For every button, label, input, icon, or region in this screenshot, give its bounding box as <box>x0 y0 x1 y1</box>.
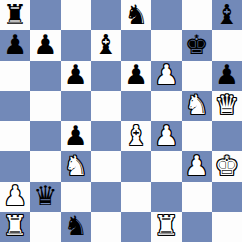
square-f7[interactable] <box>151 30 181 60</box>
piece-white-king[interactable]: ♚ <box>215 152 239 179</box>
piece-white-rook[interactable]: ♜ <box>154 212 178 239</box>
piece-white-rook[interactable]: ♜ <box>3 212 27 239</box>
square-b3[interactable] <box>30 151 60 181</box>
piece-black-queen[interactable]: ♛ <box>33 182 57 209</box>
square-d1[interactable] <box>91 212 121 242</box>
square-d8[interactable] <box>91 0 121 30</box>
piece-white-pawn[interactable]: ♟ <box>154 61 178 88</box>
square-e7[interactable] <box>121 30 151 60</box>
piece-white-pawn[interactable]: ♟ <box>185 152 209 179</box>
square-b4[interactable] <box>30 121 60 151</box>
piece-white-queen[interactable]: ♛ <box>215 91 239 118</box>
square-a8[interactable]: ♜ <box>0 0 30 30</box>
piece-black-king[interactable]: ♚ <box>185 31 209 58</box>
square-f2[interactable] <box>151 182 181 212</box>
square-g7[interactable]: ♚ <box>182 30 212 60</box>
square-e3[interactable] <box>121 151 151 181</box>
square-g3[interactable]: ♟ <box>182 151 212 181</box>
square-h4[interactable] <box>212 121 242 151</box>
square-h8[interactable]: ♝ <box>212 0 242 30</box>
square-b8[interactable] <box>30 0 60 30</box>
square-c8[interactable] <box>61 0 91 30</box>
piece-black-bishop[interactable]: ♝ <box>215 1 239 28</box>
screenshot-stage: ♜♞♝♟♟♝♚♟♟♟♟♞♛♟♝♟♞♟♚♟♛♜♞♜ <box>0 0 242 242</box>
square-c4[interactable]: ♟ <box>61 121 91 151</box>
square-d6[interactable] <box>91 61 121 91</box>
piece-black-pawn[interactable]: ♟ <box>215 61 239 88</box>
square-c7[interactable] <box>61 30 91 60</box>
square-e6[interactable]: ♟ <box>121 61 151 91</box>
square-c2[interactable] <box>61 182 91 212</box>
square-a7[interactable]: ♟ <box>0 30 30 60</box>
square-g6[interactable] <box>182 61 212 91</box>
square-f3[interactable] <box>151 151 181 181</box>
square-h6[interactable]: ♟ <box>212 61 242 91</box>
piece-white-pawn[interactable]: ♟ <box>154 122 178 149</box>
square-b6[interactable] <box>30 61 60 91</box>
square-g1[interactable] <box>182 212 212 242</box>
square-h7[interactable] <box>212 30 242 60</box>
piece-black-pawn[interactable]: ♟ <box>64 61 88 88</box>
square-c6[interactable]: ♟ <box>61 61 91 91</box>
square-f6[interactable]: ♟ <box>151 61 181 91</box>
piece-black-pawn[interactable]: ♟ <box>64 122 88 149</box>
piece-black-pawn[interactable]: ♟ <box>3 31 27 58</box>
square-g5[interactable]: ♞ <box>182 91 212 121</box>
square-d4[interactable] <box>91 121 121 151</box>
piece-white-bishop[interactable]: ♝ <box>124 122 148 149</box>
square-d7[interactable]: ♝ <box>91 30 121 60</box>
piece-black-knight[interactable]: ♞ <box>64 212 88 239</box>
square-b5[interactable] <box>30 91 60 121</box>
piece-white-pawn[interactable]: ♟ <box>3 182 27 209</box>
square-a1[interactable]: ♜ <box>0 212 30 242</box>
square-e1[interactable] <box>121 212 151 242</box>
chess-board: ♜♞♝♟♟♝♚♟♟♟♟♞♛♟♝♟♞♟♚♟♛♜♞♜ <box>0 0 242 242</box>
square-d5[interactable] <box>91 91 121 121</box>
square-c1[interactable]: ♞ <box>61 212 91 242</box>
square-g4[interactable] <box>182 121 212 151</box>
square-g8[interactable] <box>182 0 212 30</box>
square-a4[interactable] <box>0 121 30 151</box>
square-e8[interactable]: ♞ <box>121 0 151 30</box>
square-b7[interactable]: ♟ <box>30 30 60 60</box>
piece-black-bishop[interactable]: ♝ <box>94 31 118 58</box>
square-b1[interactable] <box>30 212 60 242</box>
square-f8[interactable] <box>151 0 181 30</box>
square-c3[interactable]: ♞ <box>61 151 91 181</box>
square-h1[interactable] <box>212 212 242 242</box>
square-d3[interactable] <box>91 151 121 181</box>
square-c5[interactable] <box>61 91 91 121</box>
square-e4[interactable]: ♝ <box>121 121 151 151</box>
square-e2[interactable] <box>121 182 151 212</box>
square-a5[interactable] <box>0 91 30 121</box>
piece-white-knight[interactable]: ♞ <box>64 152 88 179</box>
square-f4[interactable]: ♟ <box>151 121 181 151</box>
piece-black-rook[interactable]: ♜ <box>3 1 27 28</box>
square-f1[interactable]: ♜ <box>151 212 181 242</box>
square-a2[interactable]: ♟ <box>0 182 30 212</box>
square-g2[interactable] <box>182 182 212 212</box>
square-f5[interactable] <box>151 91 181 121</box>
square-b2[interactable]: ♛ <box>30 182 60 212</box>
square-h2[interactable] <box>212 182 242 212</box>
square-e5[interactable] <box>121 91 151 121</box>
piece-black-pawn[interactable]: ♟ <box>33 31 57 58</box>
piece-black-knight[interactable]: ♞ <box>124 1 148 28</box>
square-h3[interactable]: ♚ <box>212 151 242 181</box>
square-a6[interactable] <box>0 61 30 91</box>
square-h5[interactable]: ♛ <box>212 91 242 121</box>
piece-black-pawn[interactable]: ♟ <box>124 61 148 88</box>
square-d2[interactable] <box>91 182 121 212</box>
square-a3[interactable] <box>0 151 30 181</box>
piece-white-knight[interactable]: ♞ <box>185 91 209 118</box>
